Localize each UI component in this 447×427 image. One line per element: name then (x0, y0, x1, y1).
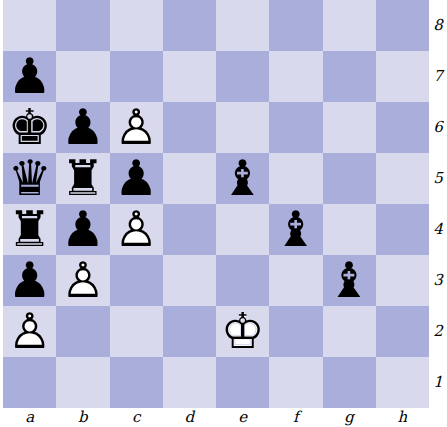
square-c1[interactable] (110, 357, 163, 408)
square-d2[interactable] (163, 306, 216, 357)
piece-black-rook[interactable]: ♜ (3, 204, 56, 255)
piece-black-pawn[interactable]: ♟ (3, 255, 56, 306)
square-h8[interactable] (376, 0, 429, 51)
square-c3[interactable] (110, 255, 163, 306)
square-b4[interactable]: ♟ (56, 204, 109, 255)
square-d4[interactable] (163, 204, 216, 255)
square-c5[interactable]: ♟ (110, 153, 163, 204)
square-c7[interactable] (110, 51, 163, 102)
square-a5[interactable]: ♛ (3, 153, 56, 204)
piece-black-bishop[interactable]: ♝ (323, 255, 376, 306)
black-piece-glyph: ♟ (56, 204, 109, 255)
square-a6[interactable]: ♚ (3, 102, 56, 153)
piece-white-pawn[interactable]: ♟♙ (110, 102, 163, 153)
rank-label-7: 7 (429, 51, 447, 102)
square-h2[interactable] (376, 306, 429, 357)
white-piece-outline: ♙ (110, 102, 163, 153)
square-d6[interactable] (163, 102, 216, 153)
chess-board: ♟♚♟♟♙♛♜♟♝♜♟♟♙♝♟♟♙♝♟♙♚♔ (3, 0, 429, 408)
rank-label-1: 1 (429, 357, 447, 408)
chess-diagram: ♟♚♟♟♙♛♜♟♝♜♟♟♙♝♟♟♙♝♟♙♚♔ abcdefgh 87654321 (0, 0, 447, 427)
rank-labels: 87654321 (429, 0, 447, 408)
square-f5[interactable] (269, 153, 322, 204)
square-c4[interactable]: ♟♙ (110, 204, 163, 255)
square-e1[interactable] (216, 357, 269, 408)
square-b3[interactable]: ♟♙ (56, 255, 109, 306)
square-c6[interactable]: ♟♙ (110, 102, 163, 153)
file-label-f: f (269, 408, 322, 427)
piece-black-pawn[interactable]: ♟ (110, 153, 163, 204)
square-a8[interactable] (3, 0, 56, 51)
square-g1[interactable] (323, 357, 376, 408)
piece-black-pawn[interactable]: ♟ (56, 102, 109, 153)
square-f8[interactable] (269, 0, 322, 51)
square-a4[interactable]: ♜ (3, 204, 56, 255)
square-a2[interactable]: ♟♙ (3, 306, 56, 357)
rank-label-2: 2 (429, 306, 447, 357)
black-piece-glyph: ♝ (269, 204, 322, 255)
square-d8[interactable] (163, 0, 216, 51)
piece-black-pawn[interactable]: ♟ (3, 51, 56, 102)
square-e2[interactable]: ♚♔ (216, 306, 269, 357)
file-label-h: h (376, 408, 429, 427)
white-piece-outline: ♙ (56, 255, 109, 306)
square-f7[interactable] (269, 51, 322, 102)
square-g5[interactable] (323, 153, 376, 204)
square-h3[interactable] (376, 255, 429, 306)
square-f1[interactable] (269, 357, 322, 408)
square-b7[interactable] (56, 51, 109, 102)
square-g4[interactable] (323, 204, 376, 255)
square-f2[interactable] (269, 306, 322, 357)
file-label-e: e (216, 408, 269, 427)
square-e8[interactable] (216, 0, 269, 51)
rank-label-5: 5 (429, 153, 447, 204)
piece-black-bishop[interactable]: ♝ (269, 204, 322, 255)
square-f6[interactable] (269, 102, 322, 153)
square-b5[interactable]: ♜ (56, 153, 109, 204)
square-e7[interactable] (216, 51, 269, 102)
square-g8[interactable] (323, 0, 376, 51)
square-e6[interactable] (216, 102, 269, 153)
file-label-a: a (3, 408, 56, 427)
square-f4[interactable]: ♝ (269, 204, 322, 255)
square-c8[interactable] (110, 0, 163, 51)
black-piece-glyph: ♛ (3, 153, 56, 204)
piece-white-pawn[interactable]: ♟♙ (110, 204, 163, 255)
rank-label-6: 6 (429, 102, 447, 153)
square-d5[interactable] (163, 153, 216, 204)
square-e5[interactable]: ♝ (216, 153, 269, 204)
square-a1[interactable] (3, 357, 56, 408)
square-g3[interactable]: ♝ (323, 255, 376, 306)
black-piece-glyph: ♚ (3, 102, 56, 153)
square-h7[interactable] (376, 51, 429, 102)
black-piece-glyph: ♜ (3, 204, 56, 255)
square-e4[interactable] (216, 204, 269, 255)
black-piece-glyph: ♝ (216, 153, 269, 204)
black-piece-glyph: ♝ (323, 255, 376, 306)
square-b2[interactable] (56, 306, 109, 357)
square-d3[interactable] (163, 255, 216, 306)
square-e3[interactable] (216, 255, 269, 306)
piece-white-pawn[interactable]: ♟♙ (3, 306, 56, 357)
black-piece-glyph: ♟ (3, 255, 56, 306)
file-labels: abcdefgh (3, 408, 429, 427)
black-piece-glyph: ♟ (56, 102, 109, 153)
square-b1[interactable] (56, 357, 109, 408)
white-piece-outline: ♔ (216, 306, 269, 357)
file-label-c: c (110, 408, 163, 427)
square-h6[interactable] (376, 102, 429, 153)
piece-black-queen[interactable]: ♛ (3, 153, 56, 204)
black-piece-glyph: ♟ (110, 153, 163, 204)
square-c2[interactable] (110, 306, 163, 357)
file-label-b: b (56, 408, 109, 427)
piece-black-rook[interactable]: ♜ (56, 153, 109, 204)
square-h1[interactable] (376, 357, 429, 408)
square-b8[interactable] (56, 0, 109, 51)
piece-white-pawn[interactable]: ♟♙ (56, 255, 109, 306)
square-f3[interactable] (269, 255, 322, 306)
black-piece-glyph: ♜ (56, 153, 109, 204)
square-g6[interactable] (323, 102, 376, 153)
white-piece-outline: ♙ (3, 306, 56, 357)
file-label-g: g (323, 408, 376, 427)
piece-black-king[interactable]: ♚ (3, 102, 56, 153)
rank-label-8: 8 (429, 0, 447, 51)
rank-label-3: 3 (429, 255, 447, 306)
square-a7[interactable]: ♟ (3, 51, 56, 102)
piece-black-bishop[interactable]: ♝ (216, 153, 269, 204)
black-piece-glyph: ♟ (3, 51, 56, 102)
white-piece-outline: ♙ (110, 204, 163, 255)
square-d7[interactable] (163, 51, 216, 102)
piece-white-king[interactable]: ♚♔ (216, 306, 269, 357)
square-g2[interactable] (323, 306, 376, 357)
square-h5[interactable] (376, 153, 429, 204)
rank-label-4: 4 (429, 204, 447, 255)
square-b6[interactable]: ♟ (56, 102, 109, 153)
square-d1[interactable] (163, 357, 216, 408)
square-a3[interactable]: ♟ (3, 255, 56, 306)
piece-black-pawn[interactable]: ♟ (56, 204, 109, 255)
square-h4[interactable] (376, 204, 429, 255)
square-g7[interactable] (323, 51, 376, 102)
file-label-d: d (163, 408, 216, 427)
